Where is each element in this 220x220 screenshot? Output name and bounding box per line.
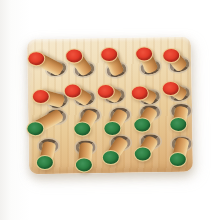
peg-cap-green bbox=[169, 116, 187, 131]
peg-cap-green bbox=[102, 149, 120, 164]
peg-cap-red bbox=[162, 80, 180, 95]
peg-cap-green bbox=[169, 151, 187, 166]
peg-cap-red bbox=[97, 83, 115, 98]
peg-cap-red bbox=[27, 51, 45, 66]
peg-cap-green bbox=[73, 121, 91, 136]
peg-cap-red bbox=[131, 85, 149, 100]
peg-cap-red bbox=[135, 46, 153, 61]
peg-cap-red bbox=[100, 46, 118, 61]
peg-cap-green bbox=[133, 117, 151, 132]
peg-cap-green bbox=[36, 154, 54, 169]
peg-cap-red bbox=[65, 48, 83, 63]
peg-cap-green bbox=[75, 157, 93, 172]
peg-cap-green bbox=[26, 121, 44, 136]
peg-cap-green bbox=[134, 146, 152, 161]
peg-board bbox=[27, 37, 193, 175]
peg-cap-green bbox=[103, 120, 121, 135]
peg-cap-red bbox=[64, 83, 82, 98]
peg-cap-red bbox=[32, 88, 50, 103]
peg-cap-red bbox=[162, 47, 180, 62]
toy-photo bbox=[0, 0, 220, 220]
